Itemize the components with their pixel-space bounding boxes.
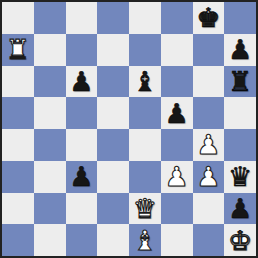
square-e6[interactable]: ♝	[129, 66, 161, 98]
square-d1[interactable]	[97, 224, 129, 256]
square-g8[interactable]: ♚	[193, 2, 225, 34]
black-pawn-icon: ♟	[228, 34, 252, 65]
black-rook-icon: ♜	[228, 66, 252, 97]
square-d8[interactable]	[97, 2, 129, 34]
black-queen-icon: ♛	[228, 161, 252, 192]
square-h3[interactable]: ♛	[224, 161, 256, 193]
chess-board: ♚♜♟♟♝♜♟♟♟♟♟♛♛♟♝♚	[0, 0, 258, 258]
square-a5[interactable]	[2, 97, 34, 129]
square-f2[interactable]	[161, 193, 193, 225]
square-e3[interactable]	[129, 161, 161, 193]
square-h5[interactable]	[224, 97, 256, 129]
square-h8[interactable]	[224, 2, 256, 34]
square-d2[interactable]	[97, 193, 129, 225]
square-h4[interactable]	[224, 129, 256, 161]
square-c4[interactable]	[66, 129, 98, 161]
white-queen-icon: ♛	[133, 193, 157, 224]
square-b8[interactable]	[34, 2, 66, 34]
square-c1[interactable]	[66, 224, 98, 256]
square-e2[interactable]: ♛	[129, 193, 161, 225]
square-h1[interactable]: ♚	[224, 224, 256, 256]
black-king-icon: ♚	[196, 2, 220, 33]
square-d6[interactable]	[97, 66, 129, 98]
square-b3[interactable]	[34, 161, 66, 193]
square-f5[interactable]: ♟	[161, 97, 193, 129]
square-a7[interactable]: ♜	[2, 34, 34, 66]
black-pawn-icon: ♟	[165, 98, 189, 129]
white-pawn-icon: ♟	[196, 161, 220, 192]
square-d7[interactable]	[97, 34, 129, 66]
square-b6[interactable]	[34, 66, 66, 98]
square-a3[interactable]	[2, 161, 34, 193]
square-c7[interactable]	[66, 34, 98, 66]
square-g4[interactable]: ♟	[193, 129, 225, 161]
square-f7[interactable]	[161, 34, 193, 66]
square-c5[interactable]	[66, 97, 98, 129]
square-f1[interactable]	[161, 224, 193, 256]
square-c3[interactable]: ♟	[66, 161, 98, 193]
square-f8[interactable]	[161, 2, 193, 34]
black-pawn-icon: ♟	[69, 66, 93, 97]
white-king-icon: ♚	[228, 225, 252, 256]
square-b5[interactable]	[34, 97, 66, 129]
square-b1[interactable]	[34, 224, 66, 256]
square-g5[interactable]	[193, 97, 225, 129]
white-bishop-icon: ♝	[133, 225, 157, 256]
black-pawn-icon: ♟	[69, 161, 93, 192]
square-g7[interactable]	[193, 34, 225, 66]
square-h2[interactable]: ♟	[224, 193, 256, 225]
white-pawn-icon: ♟	[196, 129, 220, 160]
square-e5[interactable]	[129, 97, 161, 129]
square-h7[interactable]: ♟	[224, 34, 256, 66]
square-f3[interactable]: ♟	[161, 161, 193, 193]
square-g1[interactable]	[193, 224, 225, 256]
square-g6[interactable]	[193, 66, 225, 98]
square-e8[interactable]	[129, 2, 161, 34]
white-pawn-icon: ♟	[165, 161, 189, 192]
square-c8[interactable]	[66, 2, 98, 34]
square-e4[interactable]	[129, 129, 161, 161]
square-a4[interactable]	[2, 129, 34, 161]
square-c2[interactable]	[66, 193, 98, 225]
square-f6[interactable]	[161, 66, 193, 98]
square-c6[interactable]: ♟	[66, 66, 98, 98]
black-pawn-icon: ♟	[228, 193, 252, 224]
square-b4[interactable]	[34, 129, 66, 161]
square-b7[interactable]	[34, 34, 66, 66]
white-rook-icon: ♜	[6, 34, 30, 65]
square-e7[interactable]	[129, 34, 161, 66]
square-a2[interactable]	[2, 193, 34, 225]
square-a6[interactable]	[2, 66, 34, 98]
square-b2[interactable]	[34, 193, 66, 225]
square-g3[interactable]: ♟	[193, 161, 225, 193]
square-d4[interactable]	[97, 129, 129, 161]
square-h6[interactable]: ♜	[224, 66, 256, 98]
square-g2[interactable]	[193, 193, 225, 225]
square-d3[interactable]	[97, 161, 129, 193]
square-f4[interactable]	[161, 129, 193, 161]
square-a8[interactable]	[2, 2, 34, 34]
square-d5[interactable]	[97, 97, 129, 129]
square-a1[interactable]	[2, 224, 34, 256]
black-bishop-icon: ♝	[133, 66, 157, 97]
square-e1[interactable]: ♝	[129, 224, 161, 256]
